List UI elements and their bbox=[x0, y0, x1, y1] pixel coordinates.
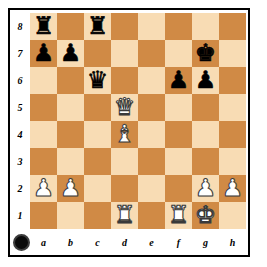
square-e5[interactable] bbox=[138, 94, 165, 121]
square-c8[interactable]: ♜ bbox=[84, 13, 111, 40]
square-a8[interactable]: ♜ bbox=[30, 13, 57, 40]
square-h5[interactable] bbox=[219, 94, 246, 121]
file-labels: abcdefgh bbox=[30, 229, 246, 255]
square-c4[interactable] bbox=[84, 121, 111, 148]
square-c1[interactable] bbox=[84, 202, 111, 229]
square-a1[interactable] bbox=[30, 202, 57, 229]
black-to-move-indicator bbox=[13, 234, 30, 251]
black-pawn-f6[interactable]: ♟ bbox=[168, 67, 190, 94]
square-f4[interactable] bbox=[165, 121, 192, 148]
square-g6[interactable]: ♟ bbox=[192, 67, 219, 94]
rank-label-2: 2 bbox=[10, 175, 30, 202]
square-f1[interactable]: ♜ bbox=[165, 202, 192, 229]
rank-labels: 87654321 bbox=[10, 10, 30, 229]
white-pawn-a2[interactable]: ♟ bbox=[33, 175, 55, 202]
square-h2[interactable]: ♟ bbox=[219, 175, 246, 202]
square-b6[interactable] bbox=[57, 67, 84, 94]
square-g3[interactable] bbox=[192, 148, 219, 175]
square-h6[interactable] bbox=[219, 67, 246, 94]
square-h3[interactable] bbox=[219, 148, 246, 175]
white-bishop-d4[interactable]: ♝ bbox=[114, 121, 136, 148]
black-rook-c8[interactable]: ♜ bbox=[87, 13, 109, 40]
square-g8[interactable] bbox=[192, 13, 219, 40]
square-e6[interactable] bbox=[138, 67, 165, 94]
square-d7[interactable] bbox=[111, 40, 138, 67]
square-d3[interactable] bbox=[111, 148, 138, 175]
white-rook-f1[interactable]: ♜ bbox=[168, 202, 190, 229]
file-label-c: c bbox=[84, 229, 111, 255]
square-g7[interactable]: ♚ bbox=[192, 40, 219, 67]
black-pawn-b7[interactable]: ♟ bbox=[60, 40, 82, 67]
square-g4[interactable] bbox=[192, 121, 219, 148]
square-h4[interactable] bbox=[219, 121, 246, 148]
square-f6[interactable]: ♟ bbox=[165, 67, 192, 94]
square-d2[interactable] bbox=[111, 175, 138, 202]
square-c5[interactable] bbox=[84, 94, 111, 121]
square-c6[interactable]: ♛ bbox=[84, 67, 111, 94]
square-f7[interactable] bbox=[165, 40, 192, 67]
square-f8[interactable] bbox=[165, 13, 192, 40]
square-a6[interactable] bbox=[30, 67, 57, 94]
chess-diagram: 87654321 ♜♜♟♟♚♛♟♟♛♝♟♟♟♟♜♜♚ abcdefgh bbox=[0, 0, 267, 267]
square-a4[interactable] bbox=[30, 121, 57, 148]
square-e4[interactable] bbox=[138, 121, 165, 148]
board: ♜♜♟♟♚♛♟♟♛♝♟♟♟♟♜♜♚ bbox=[30, 13, 246, 229]
black-pawn-a7[interactable]: ♟ bbox=[33, 40, 55, 67]
square-c3[interactable] bbox=[84, 148, 111, 175]
rank-label-8: 8 bbox=[10, 13, 30, 40]
square-b8[interactable] bbox=[57, 13, 84, 40]
square-b4[interactable] bbox=[57, 121, 84, 148]
rank-label-3: 3 bbox=[10, 148, 30, 175]
square-b1[interactable] bbox=[57, 202, 84, 229]
black-pawn-g6[interactable]: ♟ bbox=[195, 67, 217, 94]
file-label-e: e bbox=[138, 229, 165, 255]
square-e1[interactable] bbox=[138, 202, 165, 229]
square-b5[interactable] bbox=[57, 94, 84, 121]
white-king-g1[interactable]: ♚ bbox=[195, 202, 217, 229]
rank-label-5: 5 bbox=[10, 94, 30, 121]
square-d6[interactable] bbox=[111, 67, 138, 94]
square-h8[interactable] bbox=[219, 13, 246, 40]
white-rook-d1[interactable]: ♜ bbox=[114, 202, 136, 229]
square-h1[interactable] bbox=[219, 202, 246, 229]
square-e7[interactable] bbox=[138, 40, 165, 67]
square-a5[interactable] bbox=[30, 94, 57, 121]
square-d8[interactable] bbox=[111, 13, 138, 40]
square-f3[interactable] bbox=[165, 148, 192, 175]
square-g5[interactable] bbox=[192, 94, 219, 121]
square-a7[interactable]: ♟ bbox=[30, 40, 57, 67]
black-queen-c6[interactable]: ♛ bbox=[87, 67, 109, 94]
square-a2[interactable]: ♟ bbox=[30, 175, 57, 202]
square-g2[interactable]: ♟ bbox=[192, 175, 219, 202]
white-pawn-h2[interactable]: ♟ bbox=[222, 175, 244, 202]
white-pawn-b2[interactable]: ♟ bbox=[60, 175, 82, 202]
rank-label-1: 1 bbox=[10, 202, 30, 229]
file-label-b: b bbox=[57, 229, 84, 255]
white-queen-d5[interactable]: ♛ bbox=[114, 94, 136, 121]
square-d5[interactable]: ♛ bbox=[111, 94, 138, 121]
black-rook-a8[interactable]: ♜ bbox=[33, 13, 55, 40]
file-label-g: g bbox=[192, 229, 219, 255]
square-a3[interactable] bbox=[30, 148, 57, 175]
white-pawn-g2[interactable]: ♟ bbox=[195, 175, 217, 202]
square-g1[interactable]: ♚ bbox=[192, 202, 219, 229]
black-king-g7[interactable]: ♚ bbox=[195, 40, 217, 67]
square-h7[interactable] bbox=[219, 40, 246, 67]
file-label-f: f bbox=[165, 229, 192, 255]
square-c7[interactable] bbox=[84, 40, 111, 67]
file-label-a: a bbox=[30, 229, 57, 255]
corner-cell bbox=[10, 229, 30, 255]
square-e2[interactable] bbox=[138, 175, 165, 202]
board-frame: 87654321 ♜♜♟♟♚♛♟♟♛♝♟♟♟♟♜♜♚ abcdefgh bbox=[8, 8, 250, 257]
rank-label-4: 4 bbox=[10, 121, 30, 148]
square-d4[interactable]: ♝ bbox=[111, 121, 138, 148]
square-f5[interactable] bbox=[165, 94, 192, 121]
square-b7[interactable]: ♟ bbox=[57, 40, 84, 67]
square-c2[interactable] bbox=[84, 175, 111, 202]
rank-label-7: 7 bbox=[10, 40, 30, 67]
square-f2[interactable] bbox=[165, 175, 192, 202]
square-e8[interactable] bbox=[138, 13, 165, 40]
square-b2[interactable]: ♟ bbox=[57, 175, 84, 202]
square-d1[interactable]: ♜ bbox=[111, 202, 138, 229]
square-e3[interactable] bbox=[138, 148, 165, 175]
file-label-h: h bbox=[219, 229, 246, 255]
square-b3[interactable] bbox=[57, 148, 84, 175]
rank-label-6: 6 bbox=[10, 67, 30, 94]
file-label-d: d bbox=[111, 229, 138, 255]
